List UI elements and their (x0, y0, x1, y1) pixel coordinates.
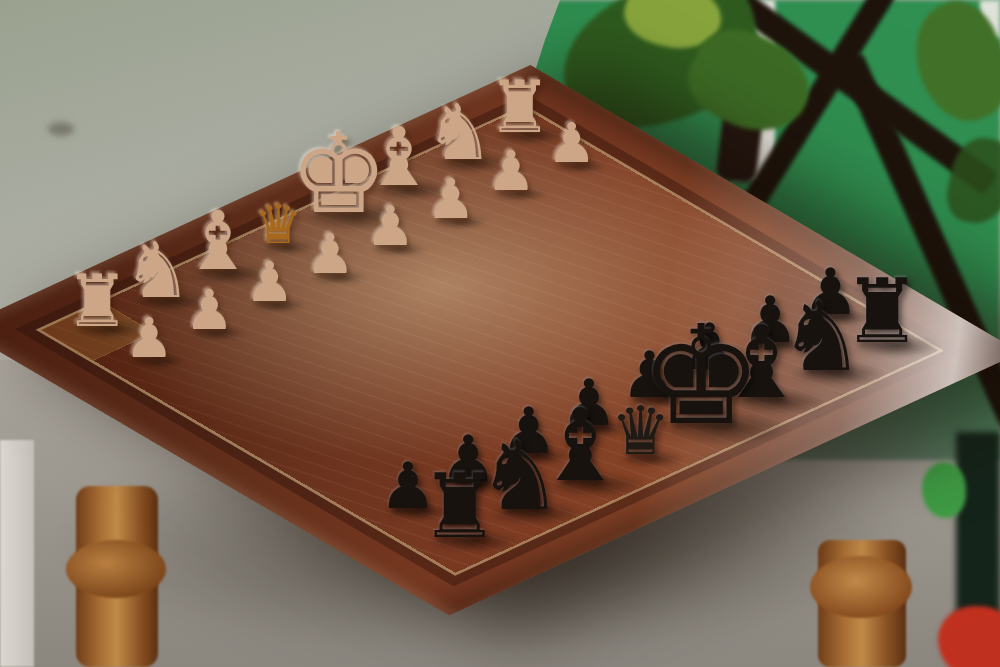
white-ledge (0, 440, 34, 667)
wall-smudge (48, 122, 74, 136)
table-leg-turning (66, 540, 166, 598)
photo-scene: ♜♞♝♛♚♝♞♜♟♟♟♟♟♟♟♟♟♟♟♟♟♟♟♟♜♞♝♛♚♝♞♜ (0, 0, 1000, 667)
table-leg-turning (810, 556, 912, 618)
grape-leaf (922, 462, 966, 518)
red-object (938, 606, 1000, 667)
